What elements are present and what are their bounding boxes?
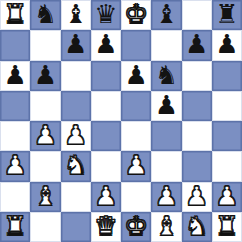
square-f5[interactable]: ♟ — [151, 91, 181, 121]
piece-black-queen[interactable]: ♛ — [94, 1, 117, 27]
square-b3[interactable] — [30, 151, 60, 181]
square-c2[interactable] — [61, 182, 91, 212]
square-e7[interactable] — [121, 30, 151, 60]
square-g2[interactable]: ♟ — [182, 182, 212, 212]
square-g1[interactable]: ♞ — [182, 212, 212, 242]
square-d4[interactable] — [91, 121, 121, 151]
square-g5[interactable] — [182, 91, 212, 121]
square-f7[interactable] — [151, 30, 181, 60]
square-g7[interactable]: ♟ — [182, 30, 212, 60]
square-c5[interactable] — [61, 91, 91, 121]
square-b8[interactable]: ♞ — [30, 0, 60, 30]
piece-white-rook[interactable]: ♜ — [3, 1, 26, 27]
square-a8[interactable]: ♜ — [0, 0, 30, 30]
square-g8[interactable] — [182, 0, 212, 30]
square-d3[interactable] — [91, 151, 121, 181]
square-h3[interactable] — [212, 151, 242, 181]
chess-board: ♜♞♝♛♚♝♜♟♟♟♟♟♟♟♞♟♟♟♟♞♟♝♟♟♟♟♜♛♚♝♞♜ — [0, 0, 242, 242]
square-e6[interactable]: ♟ — [121, 61, 151, 91]
square-a4[interactable] — [0, 121, 30, 151]
piece-white-pawn[interactable]: ♟ — [94, 183, 117, 209]
square-h4[interactable] — [212, 121, 242, 151]
square-h2[interactable]: ♟ — [212, 182, 242, 212]
piece-white-bishop[interactable]: ♝ — [34, 183, 57, 209]
piece-white-knight[interactable]: ♞ — [185, 213, 208, 239]
piece-black-knight[interactable]: ♞ — [155, 62, 178, 88]
square-d8[interactable]: ♛ — [91, 0, 121, 30]
square-d7[interactable]: ♟ — [91, 30, 121, 60]
square-b1[interactable] — [30, 212, 60, 242]
square-a6[interactable]: ♟ — [0, 61, 30, 91]
piece-white-pawn[interactable]: ♟ — [124, 152, 147, 178]
piece-black-pawn[interactable]: ♟ — [124, 62, 147, 88]
piece-black-pawn[interactable]: ♟ — [3, 62, 26, 88]
square-d5[interactable] — [91, 91, 121, 121]
square-b4[interactable]: ♟ — [30, 121, 60, 151]
piece-black-rook[interactable]: ♜ — [215, 1, 238, 27]
piece-black-bishop[interactable]: ♝ — [155, 1, 178, 27]
square-e2[interactable] — [121, 182, 151, 212]
square-a1[interactable]: ♜ — [0, 212, 30, 242]
square-b2[interactable]: ♝ — [30, 182, 60, 212]
piece-black-pawn[interactable]: ♟ — [34, 62, 57, 88]
square-a5[interactable] — [0, 91, 30, 121]
square-a3[interactable]: ♟ — [0, 151, 30, 181]
piece-white-knight[interactable]: ♞ — [64, 152, 87, 178]
square-b5[interactable] — [30, 91, 60, 121]
square-h6[interactable] — [212, 61, 242, 91]
piece-white-rook[interactable]: ♜ — [3, 213, 26, 239]
square-h5[interactable] — [212, 91, 242, 121]
square-c3[interactable]: ♞ — [61, 151, 91, 181]
square-f8[interactable]: ♝ — [151, 0, 181, 30]
square-a7[interactable] — [0, 30, 30, 60]
square-g4[interactable] — [182, 121, 212, 151]
piece-black-bishop[interactable]: ♝ — [64, 1, 87, 27]
square-c7[interactable]: ♟ — [61, 30, 91, 60]
piece-white-rook[interactable]: ♜ — [215, 213, 238, 239]
piece-white-pawn[interactable]: ♟ — [34, 122, 57, 148]
piece-white-pawn[interactable]: ♟ — [215, 183, 238, 209]
square-f1[interactable]: ♝ — [151, 212, 181, 242]
square-h7[interactable]: ♟ — [212, 30, 242, 60]
piece-white-pawn[interactable]: ♟ — [155, 183, 178, 209]
piece-black-pawn[interactable]: ♟ — [94, 31, 117, 57]
square-f6[interactable]: ♞ — [151, 61, 181, 91]
square-e5[interactable] — [121, 91, 151, 121]
square-c1[interactable] — [61, 212, 91, 242]
square-f3[interactable] — [151, 151, 181, 181]
piece-white-king[interactable]: ♚ — [124, 1, 147, 27]
square-c8[interactable]: ♝ — [61, 0, 91, 30]
square-c4[interactable]: ♟ — [61, 121, 91, 151]
square-h8[interactable]: ♜ — [212, 0, 242, 30]
square-d1[interactable]: ♛ — [91, 212, 121, 242]
square-f2[interactable]: ♟ — [151, 182, 181, 212]
piece-black-pawn[interactable]: ♟ — [185, 31, 208, 57]
piece-white-pawn[interactable]: ♟ — [185, 183, 208, 209]
square-e3[interactable]: ♟ — [121, 151, 151, 181]
piece-black-pawn[interactable]: ♟ — [64, 31, 87, 57]
piece-black-pawn[interactable]: ♟ — [155, 92, 178, 118]
piece-white-bishop[interactable]: ♝ — [155, 213, 178, 239]
square-c6[interactable] — [61, 61, 91, 91]
piece-white-pawn[interactable]: ♟ — [64, 122, 87, 148]
square-d6[interactable] — [91, 61, 121, 91]
piece-white-queen[interactable]: ♛ — [94, 213, 117, 239]
square-e1[interactable]: ♚ — [121, 212, 151, 242]
square-e8[interactable]: ♚ — [121, 0, 151, 30]
piece-black-knight[interactable]: ♞ — [34, 1, 57, 27]
square-g6[interactable] — [182, 61, 212, 91]
square-b6[interactable]: ♟ — [30, 61, 60, 91]
square-e4[interactable] — [121, 121, 151, 151]
piece-white-pawn[interactable]: ♟ — [3, 152, 26, 178]
square-b7[interactable] — [30, 30, 60, 60]
square-a2[interactable] — [0, 182, 30, 212]
square-g3[interactable] — [182, 151, 212, 181]
square-d2[interactable]: ♟ — [91, 182, 121, 212]
piece-white-king[interactable]: ♚ — [124, 213, 147, 239]
piece-black-pawn[interactable]: ♟ — [215, 31, 238, 57]
square-h1[interactable]: ♜ — [212, 212, 242, 242]
square-f4[interactable] — [151, 121, 181, 151]
